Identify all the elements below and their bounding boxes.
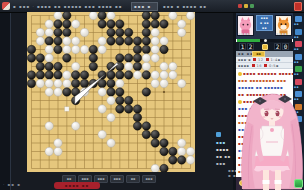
square-marker [65, 107, 69, 111]
white-stone [54, 79, 62, 87]
red-stone-icon [252, 64, 255, 67]
white-stone [71, 45, 79, 53]
black-stone [116, 28, 124, 36]
black-stone [71, 79, 79, 87]
black-stone [98, 12, 106, 20]
black-stone [124, 105, 132, 113]
black-stone [63, 54, 71, 62]
green-plugin-icon[interactable] [294, 179, 303, 188]
board-side-label[interactable]: ▪▪▪ [216, 161, 231, 166]
white-stone [71, 37, 79, 45]
titlebar-menu[interactable]: ▪▪▪ ▪ ▪▪▪▪ ▪▪ [163, 4, 207, 9]
black-stone [124, 37, 132, 45]
black-stone [36, 54, 44, 62]
black-stone [27, 79, 35, 87]
black-stone [89, 54, 97, 62]
black-stone [116, 105, 124, 113]
board-side-label[interactable]: ▪▪▪▪ [216, 147, 231, 152]
white-stone [177, 79, 185, 87]
white-stone [142, 62, 150, 70]
black-stone [133, 54, 141, 62]
white-stone [98, 105, 106, 113]
white-stone [160, 62, 168, 70]
clock-row: 1220 [236, 42, 293, 51]
clock-digit: 2 [274, 43, 281, 50]
black-stone [133, 62, 141, 70]
white-stone [54, 88, 62, 96]
white-stone [63, 79, 71, 87]
white-stone [63, 37, 71, 45]
black-stone [27, 45, 35, 53]
black-stone [133, 105, 141, 113]
black-stone [169, 156, 177, 164]
white-stone [71, 62, 79, 70]
black-stone [45, 71, 53, 79]
white-stone [151, 37, 159, 45]
black-stone [54, 71, 62, 79]
white-stone [151, 164, 159, 172]
white-stone [169, 71, 177, 79]
white-stone [71, 122, 79, 130]
white-stone [45, 147, 53, 155]
black-stone [98, 71, 106, 79]
player-black-name: ▪▪▪▪ [238, 32, 250, 36]
black-stone [71, 71, 79, 79]
app-window: ▪ ▪▪▪ · ▪▪▪▪ ▪▪ ▪▪▪▪▪ ▪▪▪ ▪▪▪▪ ▪▪ ▪▪▪ ▪ … [0, 0, 304, 190]
black-stone [116, 20, 124, 28]
titlebar-color-dot[interactable] [244, 4, 248, 8]
white-stone [107, 96, 115, 104]
players-row: ▪▪▪▪ ▪▪▪▪ ▪▪▪▪ ▪▪▪▪ [236, 13, 293, 39]
chat-message: ▪▪▪ ▪▪▪▪▪▪▪▪ ▪▪▪ [236, 77, 293, 84]
black-stone [116, 37, 124, 45]
black-stone [63, 20, 71, 28]
move-badge [262, 44, 268, 50]
black-stone [45, 62, 53, 70]
black-stone [124, 96, 132, 104]
statusbar-text: · ▪▪ ▪ [3, 182, 21, 187]
clock-digit: 0 [282, 43, 289, 50]
titlebar-color-dot[interactable] [238, 4, 242, 8]
black-stone [142, 45, 150, 53]
chat-message: ▪▪▪▪ ▪▪▪▪▪▪ ▪▪▪▪▪▪▪ [236, 70, 293, 77]
white-stone [177, 20, 185, 28]
white-stone [36, 28, 44, 36]
white-stone [89, 12, 97, 20]
black-stone [116, 71, 124, 79]
white-stone [54, 12, 62, 20]
white-stone [107, 12, 115, 20]
black-stone [54, 28, 62, 36]
white-stone [98, 45, 106, 53]
white-stone [45, 122, 53, 130]
white-stone [45, 20, 53, 28]
white-stone [177, 139, 185, 147]
sidebar-tool-label: ▪▪ [294, 72, 299, 76]
white-stone [151, 28, 159, 36]
white-stone [63, 45, 71, 53]
white-stone [169, 62, 177, 70]
black-stone [151, 12, 159, 20]
white-stone [54, 147, 62, 155]
board-side-label[interactable]: ▪▪ ▪▪ [216, 154, 231, 159]
white-stone [160, 71, 168, 79]
black-stone [107, 20, 115, 28]
white-stone [45, 79, 53, 87]
black-stone [107, 88, 115, 96]
white-stone [45, 54, 53, 62]
match-info-box: ▪▪▪▪ ▪▪▪▪ [256, 15, 273, 31]
white-stone [186, 12, 194, 20]
white-stone [63, 71, 71, 79]
black-stone [98, 79, 106, 87]
sidebar-tool-label: ▪▪ [294, 47, 299, 51]
board-side-labels[interactable]: ▪▪▪▪▪▪▪▪▪ ▪▪▪▪▪ [216, 140, 231, 168]
board-side-label[interactable]: ▪▪▪ [216, 140, 231, 145]
chat-message: ▪▪▪▪▪ ▪▪ ▪▪▪▪▪▪ [236, 84, 293, 91]
red-stone-icon [253, 58, 256, 61]
emote-icon [238, 72, 242, 76]
black-stone [160, 139, 168, 147]
black-stone [151, 20, 159, 28]
black-stone [160, 147, 168, 155]
black-stone [36, 71, 44, 79]
white-stone [151, 54, 159, 62]
black-stone [142, 20, 150, 28]
black-stone [116, 88, 124, 96]
black-stone [133, 113, 141, 121]
white-stone [98, 88, 106, 96]
black-stone [80, 71, 88, 79]
clock-digit: 2 [247, 43, 254, 50]
white-stone [71, 20, 79, 28]
statusbar-red-button[interactable]: ▪▪▪▪ ▪▪ [54, 182, 100, 189]
red-stone-icon [264, 64, 267, 67]
black-stone [142, 88, 150, 96]
white-stone [45, 28, 53, 36]
white-stone [45, 45, 53, 53]
sidebar-tool-label: ▪▪ [294, 22, 299, 26]
black-stone [27, 54, 35, 62]
white-stone [116, 79, 124, 87]
titlebar-color-dot[interactable] [250, 4, 254, 8]
white-stone [107, 139, 115, 147]
white-stone [151, 71, 159, 79]
black-stone [160, 20, 168, 28]
black-stone [133, 45, 141, 53]
match-info-line: ▪▪ [257, 26, 272, 31]
black-stone [89, 45, 97, 53]
black-stone [63, 88, 71, 96]
black-stone [107, 28, 115, 36]
white-stone [186, 156, 194, 164]
white-stone [98, 130, 106, 138]
black-stone [89, 62, 97, 70]
black-stone [54, 45, 62, 53]
white-stone [124, 62, 132, 70]
white-stone [133, 71, 141, 79]
black-stone [63, 28, 71, 36]
clock-digit: 1 [239, 43, 246, 50]
black-stone [124, 54, 132, 62]
white-stone [45, 88, 53, 96]
black-stone [63, 12, 71, 20]
black-stone [142, 28, 150, 36]
sidebar-tool-label: ▪▪ [294, 35, 299, 39]
white-stone [151, 79, 159, 87]
black-stone [107, 79, 115, 87]
black-stone [36, 62, 44, 70]
white-stone [142, 54, 150, 62]
white-stone [107, 113, 115, 121]
black-stone [80, 79, 88, 87]
red-stone-icon [266, 58, 269, 61]
go-board[interactable] [27, 12, 195, 172]
black-stone [27, 71, 35, 79]
player-white-name: ▪▪▪▪ [276, 32, 288, 36]
white-stone [80, 28, 88, 36]
black-stone [177, 156, 185, 164]
black-stone [54, 62, 62, 70]
white-stone [36, 37, 44, 45]
white-stone [80, 45, 88, 53]
black-stone [54, 37, 62, 45]
white-stone [169, 12, 177, 20]
black-stone [107, 37, 115, 45]
white-stone [160, 79, 168, 87]
black-stone [133, 37, 141, 45]
sidebar-tool-label: ▪▪ [294, 60, 299, 64]
white-stone [186, 147, 194, 155]
toolbar-button[interactable]: ▪▪▪ [142, 175, 156, 183]
toolbar-button[interactable]: ▪▪▪ [110, 175, 124, 183]
black-stone [142, 12, 150, 20]
black-stone [124, 71, 132, 79]
black-stone [142, 122, 150, 130]
black-stone [151, 139, 159, 147]
app-logo-icon [2, 2, 10, 10]
white-stone [160, 37, 168, 45]
white-stone [177, 28, 185, 36]
black-stone [98, 20, 106, 28]
toolbar-button[interactable]: ▪▪ [126, 175, 140, 183]
white-stone [177, 147, 185, 155]
black-stone [160, 45, 168, 53]
white-stone [98, 37, 106, 45]
white-stone [54, 139, 62, 147]
titlebar-red-badge[interactable] [294, 2, 302, 11]
white-stone [151, 45, 159, 53]
black-stone [54, 20, 62, 28]
black-stone [142, 37, 150, 45]
black-stone [133, 122, 141, 130]
sidebar-tool-label: ▪▪ [294, 85, 299, 89]
black-stone [151, 130, 159, 138]
score-table: ▪▪▪·▪121:4▪▪▪▪▪160:5▪ [236, 57, 293, 69]
black-stone [124, 28, 132, 36]
black-stone [116, 54, 124, 62]
black-stone [160, 164, 168, 172]
analysis-icon[interactable] [216, 132, 221, 137]
titlebar-dropdown[interactable]: ▪▪▪ ▪ [131, 2, 158, 11]
black-stone [142, 71, 150, 79]
window-title: ▪ ▪▪▪ · ▪▪▪▪ ▪▪ ▪▪▪▪▪ ▪▪▪ ▪▪▪▪ ▪▪ [13, 4, 123, 9]
black-stone [142, 130, 150, 138]
black-stone [169, 147, 177, 155]
white-stone [36, 79, 44, 87]
black-stone [45, 37, 53, 45]
vtuber-avatar [240, 92, 304, 190]
black-stone [116, 96, 124, 104]
